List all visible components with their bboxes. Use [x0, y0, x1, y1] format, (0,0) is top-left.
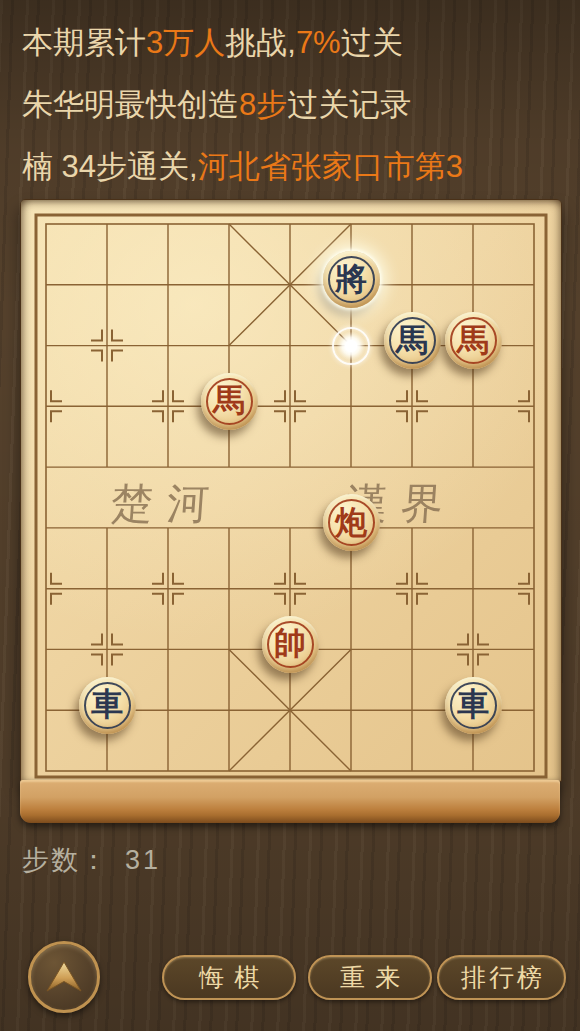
piece-character: 馬 — [213, 384, 245, 416]
piece-character: 帥 — [274, 627, 306, 659]
xiangqi-board[interactable]: 楚河 漢界 將馬馬馬炮帥車車 — [20, 199, 560, 823]
piece-character: 炮 — [335, 506, 367, 538]
piece-black-chariot[interactable]: 車 — [79, 677, 136, 734]
home-button[interactable] — [28, 941, 100, 1013]
piece-character: 將 — [335, 263, 367, 295]
challenge-info: 本期累计3万人挑战,7%过关 朱华明最快创造8步过关记录 楠 34步通关,河北省… — [22, 12, 463, 198]
board-front-edge — [20, 780, 560, 823]
app-screen: 本期累计3万人挑战,7%过关 朱华明最快创造8步过关记录 楠 34步通关,河北省… — [0, 0, 580, 1031]
piece-red-cannon[interactable]: 炮 — [323, 494, 380, 551]
piece-character: 車 — [91, 688, 123, 720]
move-counter-label: 步数： — [22, 845, 109, 875]
piece-black-horse[interactable]: 馬 — [384, 312, 441, 369]
piece-red-general[interactable]: 帥 — [262, 616, 319, 673]
leaderboard-button[interactable]: 排行榜 — [437, 955, 566, 1000]
piece-red-horse[interactable]: 馬 — [201, 373, 258, 430]
board-face[interactable]: 楚河 漢界 將馬馬馬炮帥車車 — [20, 199, 562, 782]
undo-button[interactable]: 悔棋 — [162, 955, 296, 1000]
piece-character: 馬 — [457, 324, 489, 356]
restart-button[interactable]: 重来 — [308, 955, 432, 1000]
piece-red-horse[interactable]: 馬 — [445, 312, 502, 369]
move-counter-value: 31 — [125, 845, 161, 875]
piece-character: 車 — [457, 688, 489, 720]
move-counter: 步数：31 — [22, 842, 161, 878]
piece-black-chariot[interactable]: 車 — [445, 677, 502, 734]
river-label-chu: 楚河 — [109, 476, 225, 532]
mountain-arrow-icon — [45, 960, 83, 994]
piece-character: 馬 — [396, 324, 428, 356]
last-move-marker — [328, 323, 374, 369]
info-line-3: 楠 34步通关,河北省张家口市第3 — [22, 136, 463, 198]
info-line-1: 本期累计3万人挑战,7%过关 — [22, 12, 463, 74]
piece-black-general[interactable]: 將 — [323, 251, 380, 308]
info-line-2: 朱华明最快创造8步过关记录 — [22, 74, 463, 136]
